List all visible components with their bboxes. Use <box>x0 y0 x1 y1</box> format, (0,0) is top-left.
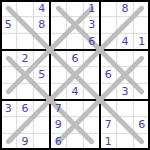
given-digit: 6 <box>71 53 78 64</box>
given-digit: 8 <box>38 19 45 30</box>
cell-r8c7[interactable]: 7 <box>100 117 117 134</box>
cell-r7c1[interactable]: 3 <box>0 100 17 117</box>
cell-r1c3[interactable]: 4 <box>33 0 50 17</box>
cell-r2c7[interactable] <box>100 17 117 34</box>
cell-r3c4[interactable] <box>50 33 67 50</box>
cell-r4c9[interactable] <box>133 50 150 67</box>
cell-r9c4[interactable]: 6 <box>50 133 67 150</box>
given-digit: 5 <box>38 69 45 80</box>
cell-r4c4[interactable] <box>50 50 67 67</box>
cell-r5c2[interactable] <box>17 67 34 84</box>
cell-r1c7[interactable] <box>100 0 117 17</box>
cell-r3c2[interactable] <box>17 33 34 50</box>
cell-r2c2[interactable] <box>17 17 34 34</box>
cell-r5c7[interactable]: 6 <box>100 67 117 84</box>
cell-r8c5[interactable] <box>67 117 84 134</box>
cell-r3c6[interactable]: 6 <box>83 33 100 50</box>
cell-r5c8[interactable] <box>117 67 134 84</box>
cell-r9c7[interactable]: 1 <box>100 133 117 150</box>
given-digit: 4 <box>121 36 128 47</box>
cell-r8c9[interactable]: 6 <box>133 117 150 134</box>
cell-r4c1[interactable] <box>0 50 17 67</box>
cell-r6c1[interactable] <box>0 83 17 100</box>
cell-r5c1[interactable] <box>0 67 17 84</box>
cell-r3c5[interactable] <box>67 33 84 50</box>
given-digit: 1 <box>105 136 112 147</box>
cell-r1c6[interactable]: 1 <box>83 0 100 17</box>
cell-r2c6[interactable]: 3 <box>83 17 100 34</box>
cell-r7c9[interactable] <box>133 100 150 117</box>
given-digit: 9 <box>55 119 62 130</box>
given-digit: 6 <box>88 36 95 47</box>
cell-r1c8[interactable]: 8 <box>117 0 134 17</box>
given-digit: 1 <box>88 3 95 14</box>
cell-r7c7[interactable] <box>100 100 117 117</box>
given-digit: 4 <box>71 86 78 97</box>
cell-r5c5[interactable] <box>67 67 84 84</box>
cell-r6c3[interactable] <box>33 83 50 100</box>
cell-r5c9[interactable] <box>133 67 150 84</box>
cell-r4c3[interactable] <box>33 50 50 67</box>
cell-r6c7[interactable] <box>100 83 117 100</box>
cell-r8c2[interactable] <box>17 117 34 134</box>
given-digit: 3 <box>5 103 12 114</box>
given-digit: 9 <box>21 136 28 147</box>
cell-r4c7[interactable] <box>100 50 117 67</box>
cell-r2c9[interactable] <box>133 17 150 34</box>
cell-r7c4[interactable]: 7 <box>50 100 67 117</box>
given-digit: 3 <box>121 86 128 97</box>
given-digit: 6 <box>105 69 112 80</box>
cell-r4c6[interactable] <box>83 50 100 67</box>
cell-r5c6[interactable] <box>83 67 100 84</box>
cell-r7c2[interactable]: 6 <box>17 100 34 117</box>
cell-r1c1[interactable] <box>0 0 17 17</box>
cell-r9c8[interactable] <box>117 133 134 150</box>
cell-r1c9[interactable] <box>133 0 150 17</box>
cell-r6c8[interactable]: 3 <box>117 83 134 100</box>
cell-r2c3[interactable]: 8 <box>33 17 50 34</box>
given-digit: 4 <box>38 3 45 14</box>
given-digit: 6 <box>55 136 62 147</box>
given-digit: 7 <box>105 119 112 130</box>
cell-r6c5[interactable]: 4 <box>67 83 84 100</box>
cell-r8c1[interactable] <box>0 117 17 134</box>
cell-r9c5[interactable] <box>67 133 84 150</box>
cell-r7c5[interactable] <box>67 100 84 117</box>
cell-r9c3[interactable] <box>33 133 50 150</box>
cell-r2c4[interactable] <box>50 17 67 34</box>
cell-r2c1[interactable]: 5 <box>0 17 17 34</box>
given-digit: 2 <box>21 53 28 64</box>
sudoku-grid: 418583641265643367976961 <box>0 0 150 150</box>
given-digit: 3 <box>88 19 95 30</box>
given-digit: 5 <box>5 19 12 30</box>
cell-r1c5[interactable] <box>67 0 84 17</box>
cell-r3c7[interactable] <box>100 33 117 50</box>
cell-r7c8[interactable] <box>117 100 134 117</box>
cell-r8c4[interactable]: 9 <box>50 117 67 134</box>
given-digit: 8 <box>121 3 128 14</box>
cell-r9c9[interactable] <box>133 133 150 150</box>
cell-r5c4[interactable] <box>50 67 67 84</box>
cell-r6c4[interactable] <box>50 83 67 100</box>
cell-r2c5[interactable] <box>67 17 84 34</box>
given-digit: 1 <box>138 36 145 47</box>
cell-r4c5[interactable]: 6 <box>67 50 84 67</box>
cell-r8c6[interactable] <box>83 117 100 134</box>
cell-r9c1[interactable] <box>0 133 17 150</box>
cell-r7c6[interactable] <box>83 100 100 117</box>
cell-r1c4[interactable] <box>50 0 67 17</box>
cell-r8c3[interactable] <box>33 117 50 134</box>
cell-r6c9[interactable] <box>133 83 150 100</box>
cell-r3c1[interactable] <box>0 33 17 50</box>
sudoku-board: 418583641265643367976961 <box>0 0 150 150</box>
cell-r4c8[interactable] <box>117 50 134 67</box>
cell-r9c6[interactable] <box>83 133 100 150</box>
cell-r3c8[interactable]: 4 <box>117 33 134 50</box>
cell-r4c2[interactable]: 2 <box>17 50 34 67</box>
given-digit: 6 <box>138 119 145 130</box>
cell-r3c3[interactable] <box>33 33 50 50</box>
cell-r8c8[interactable] <box>117 117 134 134</box>
cell-r2c8[interactable] <box>117 17 134 34</box>
cell-r7c3[interactable] <box>33 100 50 117</box>
given-digit: 7 <box>55 103 62 114</box>
cell-r5c3[interactable]: 5 <box>33 67 50 84</box>
cell-r1c2[interactable] <box>17 0 34 17</box>
cell-r3c9[interactable]: 1 <box>133 33 150 50</box>
cell-r6c2[interactable] <box>17 83 34 100</box>
cell-r6c6[interactable] <box>83 83 100 100</box>
given-digit: 6 <box>21 103 28 114</box>
cell-r9c2[interactable]: 9 <box>17 133 34 150</box>
